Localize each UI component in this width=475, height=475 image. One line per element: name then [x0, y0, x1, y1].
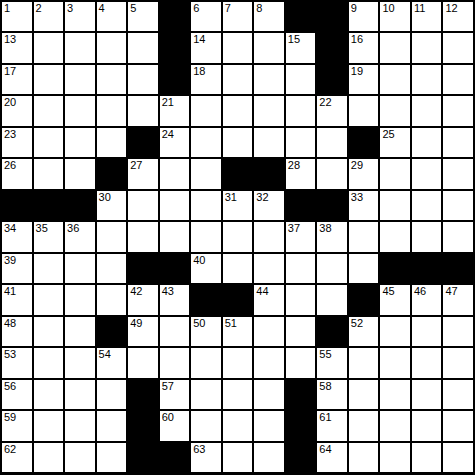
grid-cell[interactable]: 21 [160, 96, 190, 125]
grid-cell[interactable]: 32 [254, 191, 284, 220]
grid-cell[interactable] [97, 285, 127, 314]
grid-cell[interactable]: 30 [97, 191, 127, 220]
clue-number: 42 [130, 285, 142, 298]
grid-cell[interactable] [380, 96, 410, 125]
black-square [128, 128, 158, 157]
grid-cell[interactable]: 16 [349, 33, 379, 62]
black-square [160, 65, 190, 94]
grid-cell[interactable]: 60 [160, 411, 190, 440]
clue-number: 15 [288, 33, 300, 46]
grid-cell[interactable] [65, 254, 95, 283]
grid-cell[interactable] [349, 96, 379, 125]
clue-number: 23 [4, 128, 16, 141]
grid-cell[interactable] [443, 191, 473, 220]
grid-cell[interactable] [412, 380, 442, 409]
grid-cell[interactable] [191, 380, 221, 409]
black-square [65, 191, 95, 220]
grid-cell[interactable]: 24 [160, 128, 190, 157]
grid-cell[interactable] [380, 159, 410, 188]
grid-cell[interactable] [349, 411, 379, 440]
grid-cell[interactable]: 48 [2, 317, 32, 346]
grid-cell[interactable] [191, 348, 221, 377]
grid-cell[interactable]: 26 [2, 159, 32, 188]
black-square [191, 285, 221, 314]
grid-cell[interactable] [223, 65, 253, 94]
clue-number: 63 [193, 443, 205, 456]
grid-cell[interactable] [65, 96, 95, 125]
grid-cell[interactable] [412, 128, 442, 157]
grid-cell[interactable]: 27 [128, 159, 158, 188]
clue-number: 37 [288, 222, 300, 235]
grid-cell[interactable] [223, 222, 253, 251]
clue-number: 29 [351, 159, 363, 172]
clue-number: 6 [193, 2, 199, 15]
grid-cell[interactable] [97, 128, 127, 157]
grid-cell[interactable] [286, 348, 316, 377]
grid-cell[interactable] [254, 443, 284, 472]
grid-cell[interactable]: 2 [34, 2, 64, 31]
grid-cell[interactable] [128, 96, 158, 125]
grid-cell[interactable]: 17 [2, 65, 32, 94]
grid-cell[interactable] [97, 254, 127, 283]
grid-cell[interactable]: 29 [349, 159, 379, 188]
grid-cell[interactable] [443, 33, 473, 62]
black-square [286, 191, 316, 220]
grid-cell[interactable] [128, 222, 158, 251]
clue-number: 57 [162, 380, 174, 393]
clue-number: 21 [162, 96, 174, 109]
grid-cell[interactable] [191, 159, 221, 188]
grid-cell[interactable] [254, 348, 284, 377]
grid-cell[interactable] [412, 191, 442, 220]
grid-cell[interactable] [254, 128, 284, 157]
grid-cell[interactable] [34, 317, 64, 346]
grid-cell[interactable]: 51 [223, 317, 253, 346]
grid-cell[interactable] [443, 411, 473, 440]
clue-number: 17 [4, 65, 16, 78]
grid-cell[interactable] [412, 65, 442, 94]
black-square [223, 285, 253, 314]
clue-number: 35 [36, 222, 48, 235]
grid-cell[interactable]: 44 [254, 285, 284, 314]
grid-cell[interactable] [349, 222, 379, 251]
grid-cell[interactable] [34, 380, 64, 409]
grid-cell[interactable] [160, 317, 190, 346]
grid-cell[interactable]: 49 [128, 317, 158, 346]
black-square [443, 254, 473, 283]
crossword-grid: 1234567891011121314151617181920212223242… [0, 0, 475, 475]
grid-cell[interactable]: 59 [2, 411, 32, 440]
clue-number: 51 [225, 317, 237, 330]
grid-cell[interactable] [191, 191, 221, 220]
grid-cell[interactable] [34, 285, 64, 314]
grid-cell[interactable]: 34 [2, 222, 32, 251]
grid-cell[interactable]: 1 [2, 2, 32, 31]
grid-cell[interactable] [65, 443, 95, 472]
grid-cell[interactable]: 63 [191, 443, 221, 472]
grid-cell[interactable] [191, 411, 221, 440]
grid-cell[interactable] [65, 159, 95, 188]
grid-cell[interactable]: 58 [317, 380, 347, 409]
clue-number: 33 [351, 191, 363, 204]
black-square [160, 2, 190, 31]
grid-cell[interactable] [443, 443, 473, 472]
clue-number: 62 [4, 443, 16, 456]
grid-cell[interactable] [160, 159, 190, 188]
grid-cell[interactable] [317, 285, 347, 314]
grid-cell[interactable] [191, 128, 221, 157]
clue-number: 7 [225, 2, 231, 15]
grid-cell[interactable] [317, 159, 347, 188]
grid-cell[interactable] [286, 65, 316, 94]
black-square [317, 65, 347, 94]
clue-number: 10 [382, 2, 394, 15]
clue-number: 43 [162, 285, 174, 298]
grid-cell[interactable] [380, 348, 410, 377]
clue-number: 8 [256, 2, 262, 15]
grid-cell[interactable] [254, 380, 284, 409]
black-square [317, 317, 347, 346]
clue-number: 14 [193, 33, 205, 46]
clue-number: 3 [67, 2, 73, 15]
grid-cell[interactable] [412, 348, 442, 377]
grid-cell[interactable] [349, 380, 379, 409]
grid-cell[interactable] [443, 65, 473, 94]
grid-cell[interactable] [97, 411, 127, 440]
clue-number: 28 [288, 159, 300, 172]
grid-cell[interactable] [380, 222, 410, 251]
clue-number: 36 [67, 222, 79, 235]
grid-cell[interactable] [380, 380, 410, 409]
grid-cell[interactable] [286, 317, 316, 346]
grid-cell[interactable] [223, 33, 253, 62]
grid-cell[interactable] [128, 191, 158, 220]
clue-number: 2 [36, 2, 42, 15]
grid-cell[interactable] [412, 33, 442, 62]
clue-number: 16 [351, 33, 363, 46]
grid-cell[interactable] [34, 65, 64, 94]
clue-number: 9 [351, 2, 357, 15]
grid-cell[interactable] [128, 33, 158, 62]
grid-cell[interactable] [191, 96, 221, 125]
grid-cell[interactable]: 7 [223, 2, 253, 31]
clue-number: 39 [4, 254, 16, 267]
grid-cell[interactable]: 18 [191, 65, 221, 94]
clue-number: 13 [4, 33, 16, 46]
grid-cell[interactable]: 36 [65, 222, 95, 251]
grid-cell[interactable]: 22 [317, 96, 347, 125]
grid-cell[interactable] [443, 128, 473, 157]
grid-cell[interactable]: 14 [191, 33, 221, 62]
grid-cell[interactable]: 20 [2, 96, 32, 125]
clue-number: 49 [130, 317, 142, 330]
black-square [317, 2, 347, 31]
grid-cell[interactable] [317, 254, 347, 283]
clue-number: 53 [4, 348, 16, 361]
grid-cell[interactable] [254, 96, 284, 125]
black-square [160, 254, 190, 283]
grid-cell[interactable] [34, 128, 64, 157]
grid-cell[interactable]: 23 [2, 128, 32, 157]
black-square [254, 159, 284, 188]
grid-cell[interactable] [443, 96, 473, 125]
grid-cell[interactable] [412, 96, 442, 125]
grid-cell[interactable]: 31 [223, 191, 253, 220]
grid-cell[interactable]: 41 [2, 285, 32, 314]
grid-cell[interactable] [380, 65, 410, 94]
grid-cell[interactable] [349, 348, 379, 377]
clue-number: 38 [319, 222, 331, 235]
grid-cell[interactable]: 40 [191, 254, 221, 283]
clue-number: 5 [130, 2, 136, 15]
grid-cell[interactable]: 54 [97, 348, 127, 377]
grid-cell[interactable] [65, 380, 95, 409]
grid-cell[interactable] [443, 348, 473, 377]
grid-cell[interactable] [223, 348, 253, 377]
grid-cell[interactable] [65, 411, 95, 440]
grid-cell[interactable]: 57 [160, 380, 190, 409]
grid-cell[interactable] [128, 65, 158, 94]
grid-cell[interactable] [286, 254, 316, 283]
black-square [349, 285, 379, 314]
grid-cell[interactable] [254, 33, 284, 62]
black-square [160, 33, 190, 62]
clue-number: 22 [319, 96, 331, 109]
clue-number: 20 [4, 96, 16, 109]
grid-cell[interactable] [65, 128, 95, 157]
grid-cell[interactable]: 5 [128, 2, 158, 31]
grid-cell[interactable]: 15 [286, 33, 316, 62]
grid-cell[interactable] [254, 411, 284, 440]
black-square [223, 159, 253, 188]
grid-cell[interactable] [34, 443, 64, 472]
grid-cell[interactable]: 4 [97, 2, 127, 31]
grid-cell[interactable] [254, 222, 284, 251]
black-square [286, 2, 316, 31]
grid-cell[interactable]: 11 [412, 2, 442, 31]
clue-number: 31 [225, 191, 237, 204]
clue-number: 55 [319, 348, 331, 361]
clue-number: 61 [319, 411, 331, 424]
grid-cell[interactable] [380, 33, 410, 62]
grid-cell[interactable]: 10 [380, 2, 410, 31]
grid-cell[interactable] [443, 159, 473, 188]
clue-number: 44 [256, 285, 268, 298]
black-square [317, 191, 347, 220]
clue-number: 40 [193, 254, 205, 267]
grid-cell[interactable]: 33 [349, 191, 379, 220]
grid-cell[interactable] [97, 65, 127, 94]
black-square [349, 128, 379, 157]
grid-cell[interactable]: 45 [380, 285, 410, 314]
grid-cell[interactable]: 25 [380, 128, 410, 157]
clue-number: 59 [4, 411, 16, 424]
grid-cell[interactable]: 46 [412, 285, 442, 314]
grid-cell[interactable]: 52 [349, 317, 379, 346]
grid-cell[interactable]: 38 [317, 222, 347, 251]
black-square [380, 254, 410, 283]
grid-cell[interactable] [286, 285, 316, 314]
black-square [286, 443, 316, 472]
grid-cell[interactable] [65, 348, 95, 377]
grid-cell[interactable] [160, 222, 190, 251]
clue-number: 46 [414, 285, 426, 298]
grid-cell[interactable]: 13 [2, 33, 32, 62]
grid-cell[interactable] [412, 411, 442, 440]
clue-number: 50 [193, 317, 205, 330]
grid-cell[interactable]: 6 [191, 2, 221, 31]
black-square [128, 254, 158, 283]
grid-cell[interactable] [34, 254, 64, 283]
black-square [34, 191, 64, 220]
grid-cell[interactable] [412, 159, 442, 188]
black-square [286, 411, 316, 440]
grid-cell[interactable]: 43 [160, 285, 190, 314]
grid-cell[interactable] [286, 96, 316, 125]
grid-cell[interactable] [34, 159, 64, 188]
clue-number: 32 [256, 191, 268, 204]
grid-cell[interactable] [380, 411, 410, 440]
clue-number: 64 [319, 443, 331, 456]
grid-cell[interactable] [412, 443, 442, 472]
grid-cell[interactable]: 64 [317, 443, 347, 472]
clue-number: 45 [382, 285, 394, 298]
grid-cell[interactable] [97, 380, 127, 409]
black-square [160, 443, 190, 472]
clue-number: 4 [99, 2, 105, 15]
grid-cell[interactable] [34, 411, 64, 440]
clue-number: 52 [351, 317, 363, 330]
clue-number: 47 [445, 285, 457, 298]
grid-cell[interactable] [97, 222, 127, 251]
grid-cell[interactable] [380, 443, 410, 472]
grid-cell[interactable]: 56 [2, 380, 32, 409]
grid-cell[interactable] [160, 191, 190, 220]
grid-cell[interactable]: 28 [286, 159, 316, 188]
black-square [412, 254, 442, 283]
clue-number: 27 [130, 159, 142, 172]
black-square [128, 380, 158, 409]
grid-cell[interactable] [380, 191, 410, 220]
grid-cell[interactable]: 55 [317, 348, 347, 377]
grid-cell[interactable] [160, 348, 190, 377]
black-square [97, 159, 127, 188]
grid-cell[interactable] [65, 65, 95, 94]
grid-cell[interactable] [34, 96, 64, 125]
grid-cell[interactable]: 39 [2, 254, 32, 283]
clue-number: 48 [4, 317, 16, 330]
clue-number: 34 [4, 222, 16, 235]
black-square [2, 191, 32, 220]
clue-number: 60 [162, 411, 174, 424]
grid-cell[interactable] [443, 222, 473, 251]
grid-cell[interactable]: 62 [2, 443, 32, 472]
grid-cell[interactable]: 61 [317, 411, 347, 440]
clue-number: 1 [4, 2, 10, 15]
grid-cell[interactable] [97, 443, 127, 472]
grid-cell[interactable] [412, 317, 442, 346]
grid-cell[interactable] [349, 443, 379, 472]
grid-cell[interactable]: 3 [65, 2, 95, 31]
grid-cell[interactable] [128, 348, 158, 377]
grid-cell[interactable] [254, 317, 284, 346]
grid-cell[interactable]: 19 [349, 65, 379, 94]
grid-cell[interactable] [254, 254, 284, 283]
grid-cell[interactable] [97, 33, 127, 62]
grid-cell[interactable] [191, 222, 221, 251]
grid-cell[interactable] [286, 128, 316, 157]
black-square [128, 443, 158, 472]
clue-number: 30 [99, 191, 111, 204]
grid-cell[interactable] [223, 380, 253, 409]
grid-cell[interactable] [34, 348, 64, 377]
grid-cell[interactable] [223, 254, 253, 283]
grid-cell[interactable] [443, 380, 473, 409]
clue-number: 56 [4, 380, 16, 393]
clue-number: 12 [445, 2, 457, 15]
grid-cell[interactable] [317, 128, 347, 157]
grid-cell[interactable]: 47 [443, 285, 473, 314]
clue-number: 11 [414, 2, 425, 15]
grid-cell[interactable]: 9 [349, 2, 379, 31]
clue-number: 26 [4, 159, 16, 172]
clue-number: 25 [382, 128, 394, 141]
grid-cell[interactable]: 37 [286, 222, 316, 251]
black-square [128, 411, 158, 440]
clue-number: 24 [162, 128, 174, 141]
clue-number: 19 [351, 65, 363, 78]
grid-cell[interactable] [34, 33, 64, 62]
clue-number: 58 [319, 380, 331, 393]
grid-cell[interactable] [65, 285, 95, 314]
grid-cell[interactable] [223, 443, 253, 472]
grid-cell[interactable] [223, 96, 253, 125]
clue-number: 18 [193, 65, 205, 78]
grid-cell[interactable]: 53 [2, 348, 32, 377]
grid-cell[interactable] [443, 317, 473, 346]
grid-cell[interactable] [65, 317, 95, 346]
black-square [97, 317, 127, 346]
black-square [286, 380, 316, 409]
grid-cell[interactable] [254, 65, 284, 94]
grid-cell[interactable] [412, 222, 442, 251]
grid-cell[interactable] [97, 96, 127, 125]
grid-cell[interactable]: 50 [191, 317, 221, 346]
clue-number: 54 [99, 348, 111, 361]
clue-number: 41 [4, 285, 16, 298]
grid-cell[interactable]: 35 [34, 222, 64, 251]
grid-cell[interactable]: 8 [254, 2, 284, 31]
grid-cell[interactable] [349, 254, 379, 283]
grid-cell[interactable]: 42 [128, 285, 158, 314]
grid-cell[interactable] [380, 317, 410, 346]
black-square [317, 33, 347, 62]
grid-cell[interactable] [65, 33, 95, 62]
grid-cell[interactable] [223, 128, 253, 157]
grid-cell[interactable] [223, 411, 253, 440]
grid-cell[interactable]: 12 [443, 2, 473, 31]
